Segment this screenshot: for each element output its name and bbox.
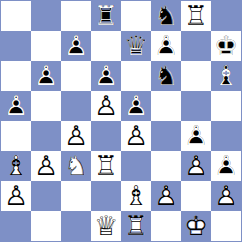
square-b5[interactable] — [31, 91, 61, 121]
square-h1[interactable] — [211, 211, 241, 241]
square-g7[interactable] — [181, 31, 211, 61]
piece-glyph-outline: ♙ — [181, 121, 211, 151]
piece-glyph-outline: ♙ — [1, 91, 31, 121]
square-g2[interactable] — [181, 181, 211, 211]
piece-glyph-outline: ♖ — [91, 1, 121, 31]
square-g3[interactable]: ♟♙ — [181, 151, 211, 181]
piece-glyph-outline: ♙ — [121, 91, 151, 121]
piece-black-pawn: ♟♙ — [181, 121, 211, 151]
piece-glyph-outline: ♖ — [91, 151, 121, 181]
piece-glyph-outline: ♔ — [181, 211, 211, 241]
piece-white-pawn: ♟♙ — [211, 181, 241, 211]
piece-white-pawn: ♟♙ — [121, 121, 151, 151]
piece-white-queen: ♛♕ — [91, 211, 121, 241]
piece-glyph-outline: ♗ — [121, 181, 151, 211]
piece-black-pawn: ♟♙ — [211, 151, 241, 181]
piece-black-pawn: ♟♙ — [151, 31, 181, 61]
square-b8[interactable] — [31, 1, 61, 31]
square-b6[interactable]: ♟♙ — [31, 61, 61, 91]
square-c7[interactable]: ♟♙ — [61, 31, 91, 61]
square-a3[interactable]: ♝♗ — [1, 151, 31, 181]
piece-glyph-outline: ♙ — [1, 181, 31, 211]
square-d1[interactable]: ♛♕ — [91, 211, 121, 241]
square-d8[interactable]: ♜♖ — [91, 1, 121, 31]
piece-black-knight: ♞♘ — [151, 61, 181, 91]
square-f3[interactable] — [151, 151, 181, 181]
piece-black-bishop: ♝♗ — [211, 61, 241, 91]
square-g6[interactable] — [181, 61, 211, 91]
square-c6[interactable] — [61, 61, 91, 91]
square-e4[interactable]: ♟♙ — [121, 121, 151, 151]
piece-black-king: ♚♔ — [211, 31, 241, 61]
piece-white-rook: ♜♖ — [181, 1, 211, 31]
square-d4[interactable] — [91, 121, 121, 151]
square-f5[interactable] — [151, 91, 181, 121]
square-e5[interactable]: ♟♙ — [121, 91, 151, 121]
square-f8[interactable]: ♞♘ — [151, 1, 181, 31]
square-e2[interactable]: ♝♗ — [121, 181, 151, 211]
square-d5[interactable]: ♟♙ — [91, 91, 121, 121]
piece-white-knight: ♞♘ — [61, 151, 91, 181]
piece-glyph-outline: ♙ — [151, 31, 181, 61]
square-h7[interactable]: ♚♔ — [211, 31, 241, 61]
square-d6[interactable]: ♟♙ — [91, 61, 121, 91]
piece-white-pawn: ♟♙ — [61, 121, 91, 151]
square-a6[interactable] — [1, 61, 31, 91]
piece-black-pawn: ♟♙ — [1, 91, 31, 121]
square-h6[interactable]: ♝♗ — [211, 61, 241, 91]
piece-glyph-outline: ♕ — [121, 31, 151, 61]
piece-black-knight: ♞♘ — [151, 1, 181, 31]
square-b2[interactable] — [31, 181, 61, 211]
piece-glyph-outline: ♙ — [121, 121, 151, 151]
piece-glyph-outline: ♙ — [61, 31, 91, 61]
square-g4[interactable]: ♟♙ — [181, 121, 211, 151]
square-f6[interactable]: ♞♘ — [151, 61, 181, 91]
piece-white-pawn: ♟♙ — [181, 151, 211, 181]
square-c3[interactable]: ♞♘ — [61, 151, 91, 181]
square-c5[interactable] — [61, 91, 91, 121]
square-f1[interactable] — [151, 211, 181, 241]
piece-black-queen: ♛♕ — [121, 31, 151, 61]
square-h3[interactable]: ♟♙ — [211, 151, 241, 181]
square-e8[interactable] — [121, 1, 151, 31]
chess-board-frame: ♜♖♞♘♜♖♟♙♛♕♟♙♚♔♟♙♟♙♞♘♝♗♟♙♟♙♟♙♟♙♟♙♟♙♝♗♟♙♞♘… — [0, 0, 242, 242]
square-f7[interactable]: ♟♙ — [151, 31, 181, 61]
square-a4[interactable] — [1, 121, 31, 151]
piece-white-bishop: ♝♗ — [1, 151, 31, 181]
square-g5[interactable] — [181, 91, 211, 121]
square-a5[interactable]: ♟♙ — [1, 91, 31, 121]
piece-black-rook: ♜♖ — [91, 1, 121, 31]
square-d2[interactable] — [91, 181, 121, 211]
piece-glyph-outline: ♖ — [181, 1, 211, 31]
piece-black-pawn: ♟♙ — [31, 61, 61, 91]
square-a7[interactable] — [1, 31, 31, 61]
piece-glyph-outline: ♙ — [151, 181, 181, 211]
chess-board: ♜♖♞♘♜♖♟♙♛♕♟♙♚♔♟♙♟♙♞♘♝♗♟♙♟♙♟♙♟♙♟♙♟♙♝♗♟♙♞♘… — [1, 1, 241, 241]
square-h4[interactable] — [211, 121, 241, 151]
square-b7[interactable] — [31, 31, 61, 61]
square-d3[interactable]: ♜♖ — [91, 151, 121, 181]
piece-white-pawn: ♟♙ — [31, 151, 61, 181]
piece-glyph-outline: ♙ — [31, 61, 61, 91]
square-c1[interactable] — [61, 211, 91, 241]
piece-white-pawn: ♟♙ — [91, 91, 121, 121]
piece-glyph-outline: ♙ — [91, 91, 121, 121]
piece-glyph-outline: ♙ — [181, 151, 211, 181]
square-f2[interactable]: ♟♙ — [151, 181, 181, 211]
piece-white-rook: ♜♖ — [121, 211, 151, 241]
piece-glyph-outline: ♗ — [1, 151, 31, 181]
piece-black-pawn: ♟♙ — [121, 91, 151, 121]
piece-black-pawn: ♟♙ — [61, 31, 91, 61]
piece-white-pawn: ♟♙ — [1, 181, 31, 211]
square-e3[interactable] — [121, 151, 151, 181]
square-c8[interactable] — [61, 1, 91, 31]
square-h5[interactable] — [211, 91, 241, 121]
piece-white-king: ♚♔ — [181, 211, 211, 241]
piece-white-pawn: ♟♙ — [151, 181, 181, 211]
piece-glyph-outline: ♙ — [211, 151, 241, 181]
square-e7[interactable]: ♛♕ — [121, 31, 151, 61]
piece-glyph-outline: ♙ — [91, 61, 121, 91]
piece-black-pawn: ♟♙ — [91, 61, 121, 91]
piece-glyph-outline: ♔ — [211, 31, 241, 61]
piece-glyph-outline: ♕ — [91, 211, 121, 241]
square-b4[interactable] — [31, 121, 61, 151]
piece-white-rook: ♜♖ — [91, 151, 121, 181]
square-a8[interactable] — [1, 1, 31, 31]
square-b1[interactable] — [31, 211, 61, 241]
piece-glyph-outline: ♖ — [121, 211, 151, 241]
square-b3[interactable]: ♟♙ — [31, 151, 61, 181]
square-g1[interactable]: ♚♔ — [181, 211, 211, 241]
square-h2[interactable]: ♟♙ — [211, 181, 241, 211]
square-c4[interactable]: ♟♙ — [61, 121, 91, 151]
square-h8[interactable] — [211, 1, 241, 31]
piece-white-bishop: ♝♗ — [121, 181, 151, 211]
square-a2[interactable]: ♟♙ — [1, 181, 31, 211]
piece-glyph-outline: ♙ — [61, 121, 91, 151]
piece-glyph-outline: ♙ — [31, 151, 61, 181]
square-c2[interactable] — [61, 181, 91, 211]
square-g8[interactable]: ♜♖ — [181, 1, 211, 31]
piece-glyph-outline: ♘ — [151, 61, 181, 91]
piece-glyph-outline: ♗ — [211, 61, 241, 91]
square-e1[interactable]: ♜♖ — [121, 211, 151, 241]
square-e6[interactable] — [121, 61, 151, 91]
piece-glyph-outline: ♘ — [61, 151, 91, 181]
piece-glyph-outline: ♙ — [211, 181, 241, 211]
square-a1[interactable] — [1, 211, 31, 241]
square-f4[interactable] — [151, 121, 181, 151]
square-d7[interactable] — [91, 31, 121, 61]
piece-glyph-outline: ♘ — [151, 1, 181, 31]
